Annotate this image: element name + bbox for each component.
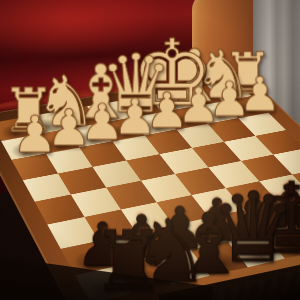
white-pawn: ♟ xyxy=(12,111,48,159)
board-perspective-wrapper: ♜♞♝♛♚♝♞♜♟♟♟♟♟♟♟♟♟♟♟♟♟♟♟♟♜♞♝♛♚♝♞♜ xyxy=(0,0,300,300)
chess-photo-scene: ♜♞♝♛♚♝♞♜♟♟♟♟♟♟♟♟♟♟♟♟♟♟♟♟♜♞♝♛♚♝♞♜ xyxy=(0,0,300,300)
